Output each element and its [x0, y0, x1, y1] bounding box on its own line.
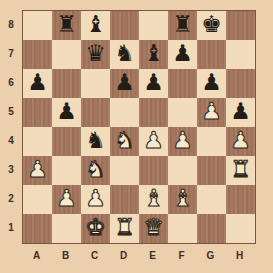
file-label-a: A [22, 247, 51, 263]
white-pawn-g5[interactable]: ♟ [201, 97, 222, 126]
black-pawn-d6[interactable]: ♟ [114, 68, 135, 97]
white-pawn-c2[interactable]: ♟ [85, 184, 106, 213]
square-h4[interactable]: ♟ [226, 127, 255, 156]
rank-label-6: 6 [2, 68, 20, 97]
square-f6[interactable] [168, 69, 197, 98]
white-pawn-e4[interactable]: ♟ [143, 126, 164, 155]
square-e7[interactable]: ♝ [139, 40, 168, 69]
square-f7[interactable]: ♟ [168, 40, 197, 69]
square-d3[interactable] [110, 156, 139, 185]
black-knight-d7[interactable]: ♞ [114, 39, 135, 68]
file-label-b: B [51, 247, 80, 263]
square-c8[interactable]: ♝ [81, 11, 110, 40]
square-b4[interactable] [52, 127, 81, 156]
square-c2[interactable]: ♟ [81, 185, 110, 214]
square-g5[interactable]: ♟ [197, 98, 226, 127]
square-d1[interactable]: ♜ [110, 214, 139, 243]
file-label-e: E [138, 247, 167, 263]
black-rook-f8[interactable]: ♜ [172, 10, 193, 39]
square-e5[interactable] [139, 98, 168, 127]
square-g6[interactable]: ♟ [197, 69, 226, 98]
white-bishop-f2[interactable]: ♝ [172, 184, 193, 213]
rank-label-2: 2 [2, 184, 20, 213]
square-h1[interactable] [226, 214, 255, 243]
black-pawn-g6[interactable]: ♟ [201, 68, 222, 97]
square-f4[interactable]: ♟ [168, 127, 197, 156]
white-bishop-e2[interactable]: ♝ [143, 184, 164, 213]
square-f3[interactable] [168, 156, 197, 185]
square-e8[interactable] [139, 11, 168, 40]
square-f8[interactable]: ♜ [168, 11, 197, 40]
file-label-g: G [196, 247, 225, 263]
black-pawn-e6[interactable]: ♟ [143, 68, 164, 97]
square-d7[interactable]: ♞ [110, 40, 139, 69]
square-d6[interactable]: ♟ [110, 69, 139, 98]
file-label-d: D [109, 247, 138, 263]
square-c4[interactable]: ♞ [81, 127, 110, 156]
square-b8[interactable]: ♜ [52, 11, 81, 40]
square-c6[interactable] [81, 69, 110, 98]
white-pawn-f4[interactable]: ♟ [172, 126, 193, 155]
square-a7[interactable] [23, 40, 52, 69]
chess-board-frame: 8 7 6 5 4 3 2 1 ♜♝♜♚♛♞♝♟♟♟♟♟♟♟♟♞♞♟♟♟♟♞♜♟… [0, 0, 273, 273]
square-b6[interactable] [52, 69, 81, 98]
file-label-c: C [80, 247, 109, 263]
white-knight-d4[interactable]: ♞ [114, 126, 135, 155]
square-f2[interactable]: ♝ [168, 185, 197, 214]
square-c3[interactable]: ♞ [81, 156, 110, 185]
white-king-c1[interactable]: ♚ [85, 213, 106, 242]
file-label-f: F [167, 247, 196, 263]
square-d4[interactable]: ♞ [110, 127, 139, 156]
square-g3[interactable] [197, 156, 226, 185]
square-h6[interactable] [226, 69, 255, 98]
square-b1[interactable] [52, 214, 81, 243]
black-rook-b8[interactable]: ♜ [56, 10, 77, 39]
square-h8[interactable] [226, 11, 255, 40]
square-c7[interactable]: ♛ [81, 40, 110, 69]
rank-label-1: 1 [2, 213, 20, 242]
black-knight-c4[interactable]: ♞ [85, 126, 106, 155]
white-pawn-a3[interactable]: ♟ [27, 155, 48, 184]
square-a4[interactable] [23, 127, 52, 156]
square-e4[interactable]: ♟ [139, 127, 168, 156]
black-pawn-f7[interactable]: ♟ [172, 39, 193, 68]
white-pawn-h4[interactable]: ♟ [230, 126, 251, 155]
rank-label-3: 3 [2, 155, 20, 184]
white-queen-e1[interactable]: ♛ [143, 213, 164, 242]
white-rook-d1[interactable]: ♜ [114, 213, 135, 242]
rank-label-5: 5 [2, 97, 20, 126]
square-g8[interactable]: ♚ [197, 11, 226, 40]
black-king-g8[interactable]: ♚ [201, 10, 222, 39]
square-e3[interactable] [139, 156, 168, 185]
black-pawn-h5[interactable]: ♟ [230, 97, 251, 126]
square-b3[interactable] [52, 156, 81, 185]
square-a8[interactable] [23, 11, 52, 40]
square-d8[interactable] [110, 11, 139, 40]
square-h7[interactable] [226, 40, 255, 69]
rank-label-8: 8 [2, 10, 20, 39]
black-pawn-b5[interactable]: ♟ [56, 97, 77, 126]
square-h3[interactable]: ♜ [226, 156, 255, 185]
white-rook-h3[interactable]: ♜ [230, 155, 251, 184]
square-g1[interactable] [197, 214, 226, 243]
square-g4[interactable] [197, 127, 226, 156]
black-queen-c7[interactable]: ♛ [85, 39, 106, 68]
square-a2[interactable] [23, 185, 52, 214]
square-e1[interactable]: ♛ [139, 214, 168, 243]
square-d2[interactable] [110, 185, 139, 214]
square-g7[interactable] [197, 40, 226, 69]
black-pawn-a6[interactable]: ♟ [27, 68, 48, 97]
square-h5[interactable]: ♟ [226, 98, 255, 127]
square-a3[interactable]: ♟ [23, 156, 52, 185]
rank-label-7: 7 [2, 39, 20, 68]
rank-label-4: 4 [2, 126, 20, 155]
square-b5[interactable]: ♟ [52, 98, 81, 127]
square-b7[interactable] [52, 40, 81, 69]
square-a1[interactable] [23, 214, 52, 243]
file-label-h: H [225, 247, 254, 263]
square-e2[interactable]: ♝ [139, 185, 168, 214]
square-g2[interactable] [197, 185, 226, 214]
square-b2[interactable]: ♟ [52, 185, 81, 214]
white-knight-c3[interactable]: ♞ [85, 155, 106, 184]
chess-board: ♜♝♜♚♛♞♝♟♟♟♟♟♟♟♟♞♞♟♟♟♟♞♜♟♟♝♝♚♜♛ [22, 10, 256, 244]
white-pawn-b2[interactable]: ♟ [56, 184, 77, 213]
square-f5[interactable] [168, 98, 197, 127]
square-f1[interactable] [168, 214, 197, 243]
square-h2[interactable] [226, 185, 255, 214]
square-e6[interactable]: ♟ [139, 69, 168, 98]
square-a6[interactable]: ♟ [23, 69, 52, 98]
square-a5[interactable] [23, 98, 52, 127]
black-bishop-e7[interactable]: ♝ [143, 39, 164, 68]
square-d5[interactable] [110, 98, 139, 127]
square-c5[interactable] [81, 98, 110, 127]
black-bishop-c8[interactable]: ♝ [85, 10, 106, 39]
square-c1[interactable]: ♚ [81, 214, 110, 243]
